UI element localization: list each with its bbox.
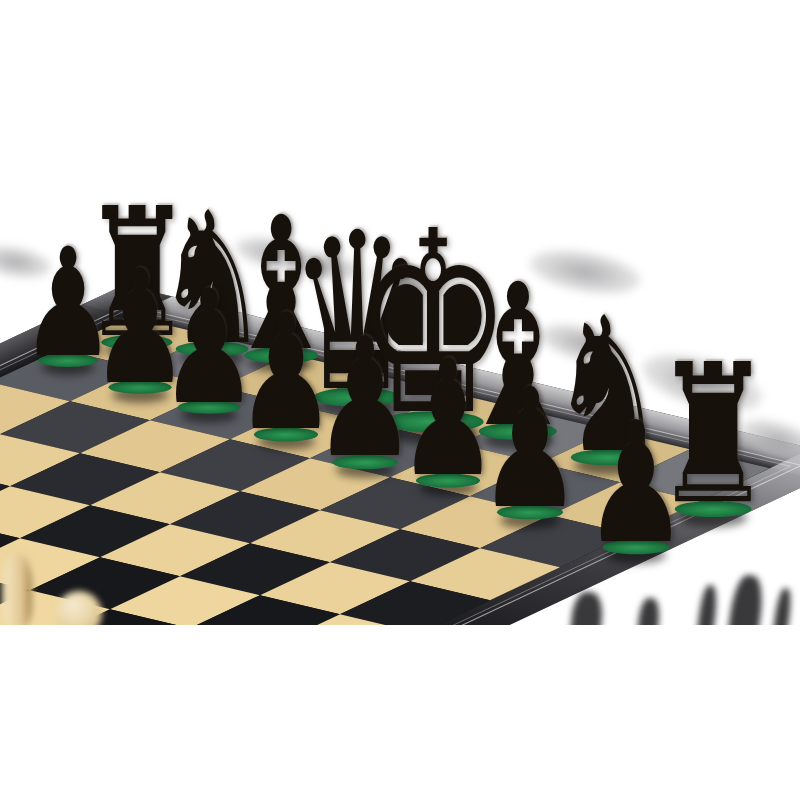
photo-bottom-whitespace — [0, 625, 800, 800]
white-piece-partial — [2, 553, 32, 628]
black-pawn-h7[interactable]: ♟ — [578, 400, 695, 567]
black-pawn-g7[interactable]: ♟ — [472, 367, 588, 532]
chess-product-photo: ♜♞♝♛♚♝♞♜♟♟♟♟♟♟♟♟ — [0, 0, 800, 800]
